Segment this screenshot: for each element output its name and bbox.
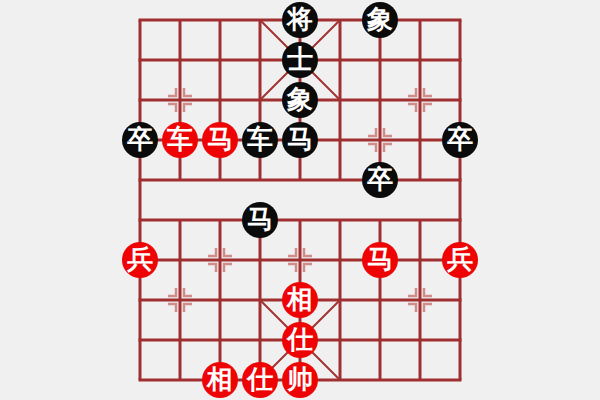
board-point[interactable] <box>120 360 160 400</box>
board-point[interactable] <box>400 80 440 120</box>
board-point[interactable] <box>160 0 200 40</box>
board-point[interactable]: 马 <box>240 200 280 240</box>
xiangqi-board: 将象士象卒车马车马卒卒马兵马兵相仕相仕帅 <box>0 0 600 400</box>
board-point[interactable] <box>400 40 440 80</box>
board-point[interactable] <box>280 240 320 280</box>
board-point[interactable] <box>440 320 480 360</box>
piece-black-advisor[interactable]: 士 <box>282 42 318 78</box>
piece-glyph: 象 <box>287 86 313 112</box>
piece-black-elephant[interactable]: 象 <box>282 82 318 118</box>
board-point[interactable] <box>320 160 360 200</box>
board-point[interactable] <box>320 120 360 160</box>
board-point[interactable] <box>320 200 360 240</box>
piece-glyph: 卒 <box>367 166 393 192</box>
board-point[interactable] <box>280 200 320 240</box>
board-point[interactable] <box>160 40 200 80</box>
board-point[interactable] <box>160 320 200 360</box>
board-point[interactable] <box>440 80 480 120</box>
piece-glyph: 相 <box>207 366 233 392</box>
board-point[interactable] <box>240 40 280 80</box>
piece-black-pawn[interactable]: 卒 <box>362 162 398 198</box>
board-point[interactable] <box>160 240 200 280</box>
piece-red-elephant[interactable]: 相 <box>202 362 238 398</box>
piece-red-horse[interactable]: 马 <box>202 122 238 158</box>
piece-glyph: 卒 <box>447 126 473 152</box>
board-point[interactable] <box>440 160 480 200</box>
board-point[interactable]: 相 <box>280 280 320 320</box>
board-point[interactable] <box>200 0 240 40</box>
piece-red-general[interactable]: 帅 <box>282 362 318 398</box>
board-point[interactable] <box>120 200 160 240</box>
piece-glyph: 马 <box>247 206 273 232</box>
piece-black-elephant[interactable]: 象 <box>362 2 398 38</box>
board-point[interactable] <box>240 280 280 320</box>
piece-glyph: 兵 <box>447 246 473 272</box>
board-point[interactable]: 卒 <box>440 120 480 160</box>
piece-black-general[interactable]: 将 <box>282 2 318 38</box>
piece-glyph: 兵 <box>127 246 153 272</box>
board-point[interactable] <box>240 80 280 120</box>
piece-glyph: 卒 <box>127 126 153 152</box>
board-point[interactable] <box>360 280 400 320</box>
piece-glyph: 仕 <box>287 326 313 352</box>
board-point[interactable] <box>360 200 400 240</box>
board-point[interactable] <box>160 200 200 240</box>
board-point[interactable] <box>400 360 440 400</box>
piece-black-chariot[interactable]: 车 <box>242 122 278 158</box>
piece-glyph: 马 <box>287 126 313 152</box>
piece-glyph: 将 <box>287 6 313 32</box>
board-point[interactable]: 仕 <box>240 360 280 400</box>
board-point[interactable] <box>360 40 400 80</box>
board-point[interactable] <box>240 0 280 40</box>
board-point[interactable] <box>440 360 480 400</box>
board-point[interactable] <box>360 360 400 400</box>
board-point[interactable] <box>160 80 200 120</box>
board-point[interactable] <box>320 320 360 360</box>
board-point[interactable]: 卒 <box>360 160 400 200</box>
piece-red-advisor[interactable]: 仕 <box>282 322 318 358</box>
board-point[interactable] <box>120 0 160 40</box>
board-point[interactable] <box>320 40 360 80</box>
board-point[interactable] <box>160 280 200 320</box>
board-point[interactable] <box>200 160 240 200</box>
board-point[interactable] <box>320 240 360 280</box>
piece-red-pawn[interactable]: 兵 <box>122 242 158 278</box>
board-point[interactable] <box>200 200 240 240</box>
board-point[interactable]: 象 <box>280 80 320 120</box>
board-point[interactable] <box>320 360 360 400</box>
board-point[interactable] <box>320 80 360 120</box>
board-point[interactable] <box>440 0 480 40</box>
piece-glyph: 帅 <box>287 366 313 392</box>
board-point[interactable] <box>440 280 480 320</box>
board-point[interactable]: 马 <box>360 240 400 280</box>
board-point[interactable]: 士 <box>280 40 320 80</box>
piece-glyph: 马 <box>207 126 233 152</box>
board-point[interactable]: 将 <box>280 0 320 40</box>
board-point[interactable] <box>200 240 240 280</box>
piece-red-advisor[interactable]: 仕 <box>242 362 278 398</box>
board-point[interactable] <box>120 160 160 200</box>
board-point[interactable] <box>160 360 200 400</box>
board-point[interactable] <box>320 280 360 320</box>
board-point[interactable] <box>120 40 160 80</box>
board-point[interactable]: 相 <box>200 360 240 400</box>
board-point[interactable] <box>360 120 400 160</box>
piece-red-chariot[interactable]: 车 <box>162 122 198 158</box>
board-point[interactable] <box>400 160 440 200</box>
piece-glyph: 相 <box>287 286 313 312</box>
piece-grid: 将象士象卒车马车马卒卒马兵马兵相仕相仕帅 <box>120 0 480 400</box>
board-point[interactable] <box>400 200 440 240</box>
board-point[interactable] <box>240 240 280 280</box>
board-point[interactable] <box>240 320 280 360</box>
board-point[interactable] <box>120 320 160 360</box>
board-point[interactable] <box>400 320 440 360</box>
board-point[interactable]: 兵 <box>120 240 160 280</box>
board-point[interactable] <box>440 200 480 240</box>
board-point[interactable] <box>160 160 200 200</box>
board-point[interactable] <box>360 80 400 120</box>
board-point[interactable] <box>280 160 320 200</box>
board-point[interactable] <box>200 280 240 320</box>
board-point[interactable]: 车 <box>240 120 280 160</box>
board-point[interactable]: 仕 <box>280 320 320 360</box>
board-point[interactable] <box>440 40 480 80</box>
piece-black-horse[interactable]: 马 <box>282 122 318 158</box>
piece-glyph: 士 <box>287 46 313 72</box>
piece-black-pawn[interactable]: 卒 <box>122 122 158 158</box>
board-point[interactable]: 象 <box>360 0 400 40</box>
board-point[interactable] <box>200 320 240 360</box>
board-point[interactable] <box>400 240 440 280</box>
piece-glyph: 车 <box>167 126 193 152</box>
piece-red-elephant[interactable]: 相 <box>282 282 318 318</box>
board-point[interactable] <box>400 280 440 320</box>
board-point[interactable] <box>120 280 160 320</box>
board-point[interactable] <box>400 120 440 160</box>
piece-glyph: 象 <box>367 6 393 32</box>
board-point[interactable]: 马 <box>200 120 240 160</box>
board-point[interactable] <box>400 0 440 40</box>
board-point[interactable] <box>320 0 360 40</box>
piece-glyph: 仕 <box>247 366 273 392</box>
board-point[interactable]: 马 <box>280 120 320 160</box>
piece-glyph: 马 <box>367 246 393 272</box>
board-point[interactable]: 兵 <box>440 240 480 280</box>
board-point[interactable] <box>120 80 160 120</box>
piece-red-horse[interactable]: 马 <box>362 242 398 278</box>
board-point[interactable] <box>200 80 240 120</box>
board-point[interactable] <box>240 160 280 200</box>
piece-black-horse[interactable]: 马 <box>242 202 278 238</box>
board-point[interactable]: 车 <box>160 120 200 160</box>
board-point[interactable] <box>360 320 400 360</box>
piece-red-pawn[interactable]: 兵 <box>442 242 478 278</box>
board-point[interactable]: 卒 <box>120 120 160 160</box>
piece-black-pawn[interactable]: 卒 <box>442 122 478 158</box>
piece-glyph: 车 <box>247 126 273 152</box>
board-point[interactable] <box>200 40 240 80</box>
board-point[interactable]: 帅 <box>280 360 320 400</box>
